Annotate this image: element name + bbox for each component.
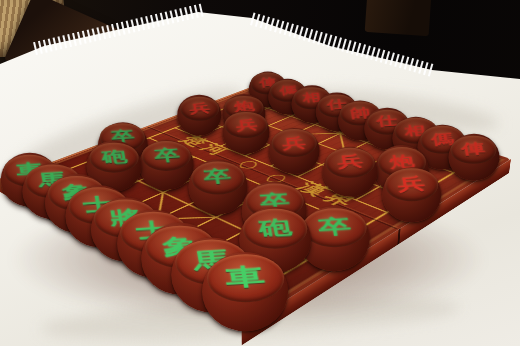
furniture-leg-right: [365, 0, 432, 36]
piece-character: 兵: [281, 135, 307, 150]
piece-character: 俥: [461, 141, 487, 156]
piece-character: 兵: [234, 118, 258, 132]
piece-character: 兵: [336, 155, 364, 171]
piece-green-chariot[interactable]: 車: [202, 252, 288, 331]
piece-red-chariot[interactable]: 俥: [448, 134, 499, 181]
piece-character: 兵: [396, 176, 426, 193]
piece-character: 卒: [317, 216, 353, 237]
scene: 楚河 漢界 車馬象士將士象馬車砲砲卒卒卒卒卒兵兵兵兵兵炮炮俥傌相仕帥仕相傌俥: [0, 0, 520, 346]
piece-red-soldier[interactable]: 兵: [323, 146, 378, 196]
piece-character: 砲: [257, 218, 293, 239]
piece-character: 兵: [188, 102, 210, 115]
piece-red-soldier[interactable]: 兵: [269, 128, 320, 175]
piece-character: 車: [224, 265, 267, 290]
piece-character: 砲: [100, 149, 128, 165]
piece-character: 卒: [153, 148, 180, 164]
piece-red-soldier[interactable]: 兵: [178, 95, 222, 135]
piece-green-soldier[interactable]: 卒: [188, 160, 247, 214]
piece-red-soldier[interactable]: 兵: [223, 111, 270, 154]
piece-red-soldier[interactable]: 兵: [382, 167, 442, 222]
piece-green-soldier[interactable]: 卒: [139, 140, 193, 190]
piece-character: 卒: [203, 168, 233, 185]
